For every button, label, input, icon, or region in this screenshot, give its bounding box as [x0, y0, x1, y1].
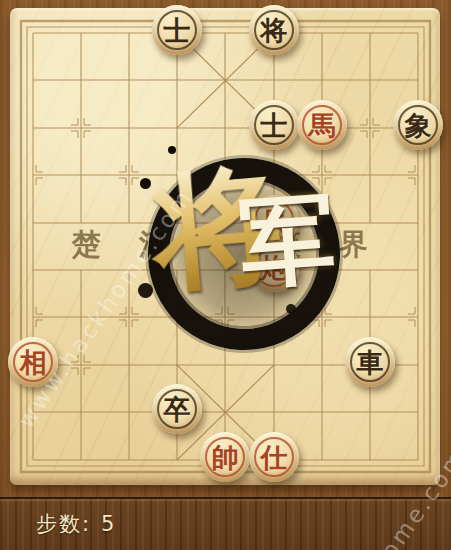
piece-black-advisor[interactable]: 士: [152, 5, 202, 55]
status-bar: 步数:5: [0, 497, 451, 550]
piece-glyph: 帥: [200, 432, 250, 482]
step-counter-label: 步数:: [36, 512, 91, 536]
piece-red-elephant[interactable]: 相: [8, 337, 58, 387]
piece-red-advisor[interactable]: 仕: [249, 432, 299, 482]
piece-glyph: 仕: [249, 432, 299, 482]
check-announcement-badge: 将 军: [138, 148, 338, 328]
step-counter: 步数:5: [36, 499, 116, 550]
piece-black-general[interactable]: 将: [249, 5, 299, 55]
piece-glyph: 馬: [297, 100, 347, 150]
piece-red-general[interactable]: 帥: [200, 432, 250, 482]
piece-glyph: 卒: [152, 384, 202, 434]
piece-glyph: 士: [152, 5, 202, 55]
piece-black-chariot[interactable]: 車: [345, 337, 395, 387]
game-screen: 楚 河 漢 界 士将士馬象兵炮相車卒帥仕 ✦ 将 军 www.hackhome.…: [0, 0, 451, 550]
check-text-jun: 军: [226, 172, 350, 310]
piece-glyph: 車: [345, 337, 395, 387]
piece-glyph: 象: [393, 100, 443, 150]
piece-glyph: 将: [249, 5, 299, 55]
piece-glyph: 相: [8, 337, 58, 387]
piece-black-elephant[interactable]: 象: [393, 100, 443, 150]
piece-red-horse[interactable]: 馬: [297, 100, 347, 150]
piece-black-pawn[interactable]: 卒: [152, 384, 202, 434]
board-frame: 楚 河 漢 界 士将士馬象兵炮相車卒帥仕 ✦ 将 军 www.hackhome.…: [0, 0, 451, 497]
step-counter-value: 5: [101, 512, 116, 536]
